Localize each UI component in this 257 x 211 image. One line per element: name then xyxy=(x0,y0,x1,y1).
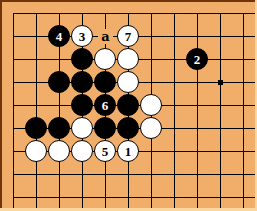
move-number: 4 xyxy=(56,30,63,43)
black-stone-move-4[interactable]: 4 xyxy=(48,25,70,47)
black-stone[interactable] xyxy=(94,117,116,139)
black-stone[interactable] xyxy=(71,71,93,93)
white-stone[interactable] xyxy=(71,140,93,162)
white-stone[interactable] xyxy=(71,117,93,139)
white-stone[interactable] xyxy=(140,94,162,116)
move-number: 2 xyxy=(194,53,201,66)
black-stone[interactable] xyxy=(117,117,139,139)
black-stone[interactable] xyxy=(117,94,139,116)
move-number: 7 xyxy=(125,30,132,43)
white-stone[interactable] xyxy=(117,71,139,93)
white-stone-move-3[interactable]: 3 xyxy=(71,25,93,47)
move-number: 1 xyxy=(125,145,132,158)
go-board[interactable]: 43a72651 xyxy=(0,0,257,211)
star-point xyxy=(218,80,223,85)
board-border-left xyxy=(0,0,2,211)
grid-line-vertical xyxy=(174,13,175,211)
white-stone-move-1[interactable]: 1 xyxy=(117,140,139,162)
black-stone[interactable] xyxy=(71,94,93,116)
white-stone-move-7[interactable]: 7 xyxy=(117,25,139,47)
white-stone[interactable] xyxy=(140,117,162,139)
grid-line-vertical xyxy=(197,13,198,211)
white-stone[interactable] xyxy=(25,140,47,162)
move-number: 6 xyxy=(102,99,109,112)
black-stone[interactable] xyxy=(71,48,93,70)
black-stone-move-6[interactable]: 6 xyxy=(94,94,116,116)
black-stone-move-2[interactable]: 2 xyxy=(186,48,208,70)
grid-line-vertical xyxy=(36,13,37,211)
grid-line-vertical xyxy=(220,13,221,211)
black-stone[interactable] xyxy=(25,117,47,139)
white-stone[interactable] xyxy=(94,48,116,70)
move-number: 3 xyxy=(79,30,86,43)
grid-line-vertical xyxy=(13,13,14,211)
move-number: 5 xyxy=(102,145,109,158)
white-stone[interactable] xyxy=(48,140,70,162)
black-stone[interactable] xyxy=(48,71,70,93)
board-border-top xyxy=(0,0,257,2)
white-stone-move-5[interactable]: 5 xyxy=(94,140,116,162)
point-label-a: a xyxy=(98,29,113,44)
black-stone[interactable] xyxy=(94,71,116,93)
grid-line-vertical xyxy=(243,13,244,211)
white-stone[interactable] xyxy=(117,48,139,70)
black-stone[interactable] xyxy=(48,117,70,139)
board-border-bottom xyxy=(0,208,257,211)
board-border-right xyxy=(255,0,257,211)
